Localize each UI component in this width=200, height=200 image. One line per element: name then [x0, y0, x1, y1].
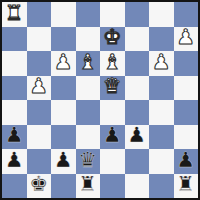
- square-f7[interactable]: [125, 27, 150, 52]
- white-pawn[interactable]: ♟: [152, 52, 171, 73]
- black-queen[interactable]: ♛: [78, 150, 97, 171]
- black-rook[interactable]: ♜: [78, 174, 97, 195]
- square-c2[interactable]: ♟: [51, 149, 76, 174]
- square-e3[interactable]: ♟: [100, 125, 125, 150]
- square-f5[interactable]: [125, 76, 150, 101]
- square-a7[interactable]: [2, 27, 27, 52]
- square-d5[interactable]: [76, 76, 101, 101]
- square-a6[interactable]: [2, 51, 27, 76]
- square-b3[interactable]: [27, 125, 52, 150]
- square-c5[interactable]: [51, 76, 76, 101]
- white-pawn[interactable]: ♟: [54, 52, 73, 73]
- white-king[interactable]: ♚: [103, 27, 122, 48]
- square-h1[interactable]: ♜: [174, 174, 199, 199]
- square-f6[interactable]: [125, 51, 150, 76]
- square-g1[interactable]: [149, 174, 174, 199]
- black-pawn[interactable]: ♟: [103, 125, 122, 146]
- white-rook[interactable]: ♜: [5, 3, 24, 24]
- black-pawn[interactable]: ♟: [54, 150, 73, 171]
- square-g5[interactable]: [149, 76, 174, 101]
- square-e4[interactable]: [100, 100, 125, 125]
- square-f1[interactable]: [125, 174, 150, 199]
- square-f4[interactable]: [125, 100, 150, 125]
- square-g7[interactable]: [149, 27, 174, 52]
- square-f3[interactable]: ♟: [125, 125, 150, 150]
- square-h7[interactable]: ♟: [174, 27, 199, 52]
- square-b4[interactable]: [27, 100, 52, 125]
- square-d2[interactable]: ♛: [76, 149, 101, 174]
- square-f8[interactable]: [125, 2, 150, 27]
- square-e1[interactable]: [100, 174, 125, 199]
- square-d4[interactable]: [76, 100, 101, 125]
- square-b6[interactable]: [27, 51, 52, 76]
- square-e8[interactable]: [100, 2, 125, 27]
- square-b7[interactable]: [27, 27, 52, 52]
- square-b1[interactable]: ♚: [27, 174, 52, 199]
- square-b5[interactable]: ♟: [27, 76, 52, 101]
- white-bishop[interactable]: ♝: [78, 52, 97, 73]
- square-a3[interactable]: ♟: [2, 125, 27, 150]
- chess-board: ♜♚♟♟♝♝♟♟♛♟♟♟♟♟♛♟♚♜♜: [0, 0, 200, 200]
- square-h6[interactable]: [174, 51, 199, 76]
- square-c8[interactable]: [51, 2, 76, 27]
- square-g6[interactable]: ♟: [149, 51, 174, 76]
- board-grid: ♜♚♟♟♝♝♟♟♛♟♟♟♟♟♛♟♚♜♜: [2, 2, 198, 198]
- white-queen[interactable]: ♛: [103, 76, 122, 97]
- square-b2[interactable]: [27, 149, 52, 174]
- white-pawn[interactable]: ♟: [29, 76, 48, 97]
- square-c7[interactable]: [51, 27, 76, 52]
- square-d1[interactable]: ♜: [76, 174, 101, 199]
- square-h2[interactable]: ♟: [174, 149, 199, 174]
- square-d3[interactable]: [76, 125, 101, 150]
- square-c4[interactable]: [51, 100, 76, 125]
- square-h5[interactable]: [174, 76, 199, 101]
- square-a2[interactable]: ♟: [2, 149, 27, 174]
- square-h3[interactable]: [174, 125, 199, 150]
- white-bishop[interactable]: ♝: [103, 52, 122, 73]
- black-king[interactable]: ♚: [29, 174, 48, 195]
- square-e7[interactable]: ♚: [100, 27, 125, 52]
- square-a5[interactable]: [2, 76, 27, 101]
- square-g8[interactable]: [149, 2, 174, 27]
- square-c1[interactable]: [51, 174, 76, 199]
- black-pawn[interactable]: ♟: [5, 150, 24, 171]
- square-g2[interactable]: [149, 149, 174, 174]
- square-f2[interactable]: [125, 149, 150, 174]
- square-a1[interactable]: [2, 174, 27, 199]
- square-h4[interactable]: [174, 100, 199, 125]
- square-c6[interactable]: ♟: [51, 51, 76, 76]
- square-d6[interactable]: ♝: [76, 51, 101, 76]
- black-pawn[interactable]: ♟: [5, 125, 24, 146]
- square-c3[interactable]: [51, 125, 76, 150]
- black-pawn[interactable]: ♟: [127, 125, 146, 146]
- square-e6[interactable]: ♝: [100, 51, 125, 76]
- square-d8[interactable]: [76, 2, 101, 27]
- square-h8[interactable]: [174, 2, 199, 27]
- black-pawn[interactable]: ♟: [176, 150, 195, 171]
- square-a8[interactable]: ♜: [2, 2, 27, 27]
- square-d7[interactable]: [76, 27, 101, 52]
- square-a4[interactable]: [2, 100, 27, 125]
- square-e5[interactable]: ♛: [100, 76, 125, 101]
- square-g3[interactable]: [149, 125, 174, 150]
- square-b8[interactable]: [27, 2, 52, 27]
- square-e2[interactable]: [100, 149, 125, 174]
- square-g4[interactable]: [149, 100, 174, 125]
- white-pawn[interactable]: ♟: [176, 27, 195, 48]
- black-rook[interactable]: ♜: [176, 174, 195, 195]
